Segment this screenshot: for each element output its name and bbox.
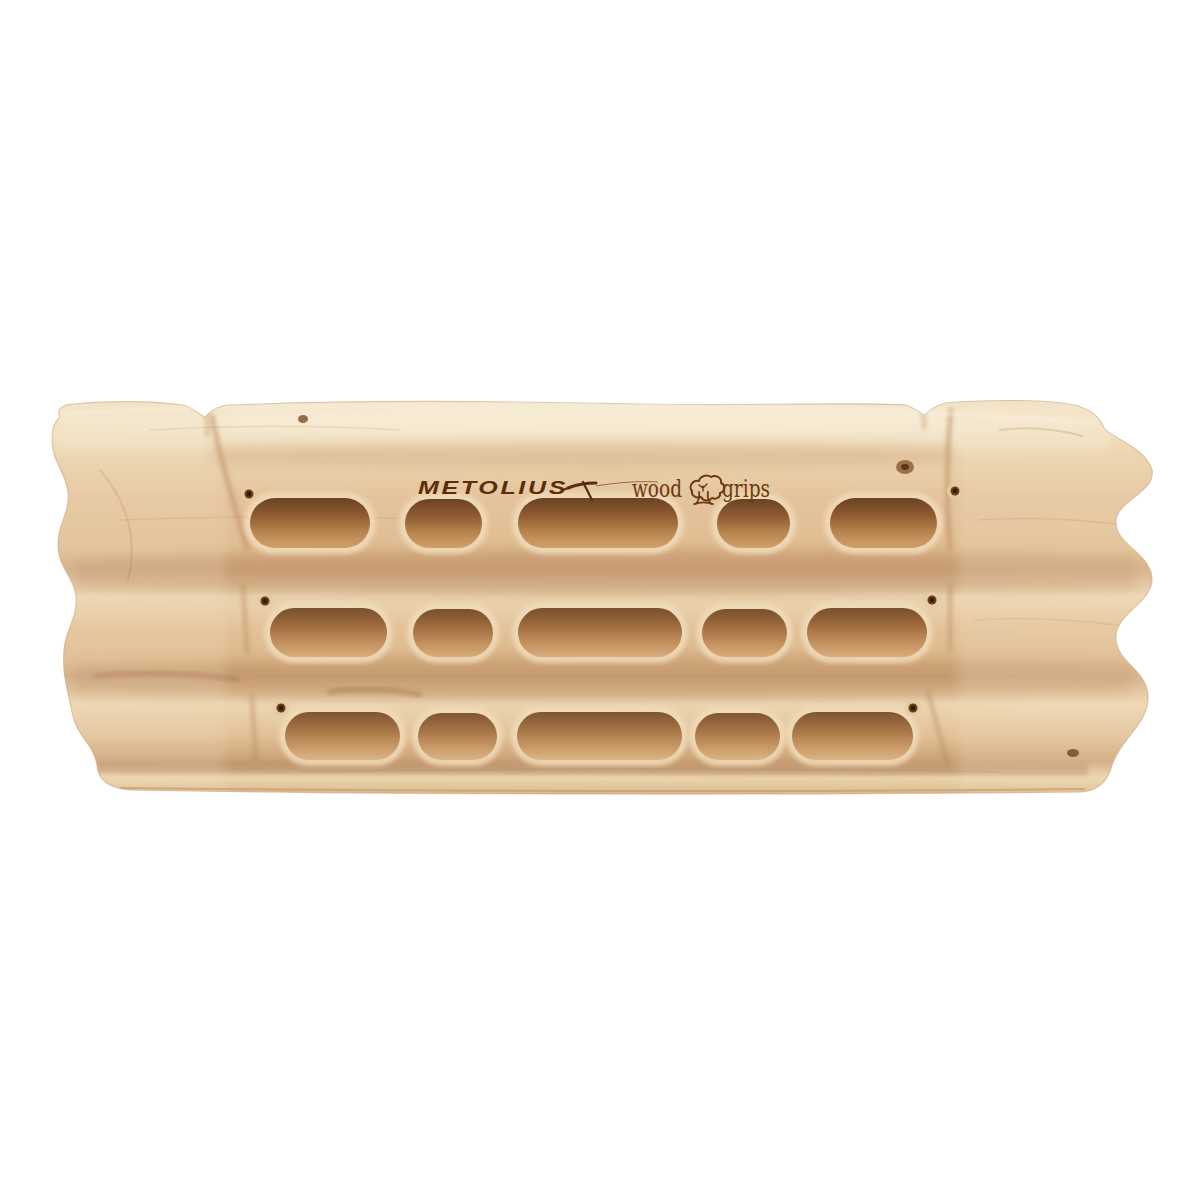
pocket-bottom-rail-2: [412, 707, 503, 766]
pocket-bottom-rail-1: [279, 706, 406, 766]
pockets-layer: [244, 492, 943, 766]
pocket-bottom-rail-3: [511, 706, 688, 766]
screw-hole-5: [273, 700, 289, 716]
slope-roll-shadow: [210, 442, 952, 469]
wordmark-wood: wood: [632, 475, 682, 503]
pocket-top-rail-1: [244, 492, 376, 554]
pocket-middle-rail-2: [407, 603, 499, 663]
hangboard-product-photo: METOLIUS wood grips: [0, 0, 1200, 1200]
pocket-middle-rail-4: [696, 603, 793, 663]
wordmark-grips: grips: [722, 475, 770, 503]
pocket-bottom-rail-4: [689, 707, 786, 766]
pocket-bottom-rail-5: [786, 706, 919, 766]
pocket-middle-rail-5: [801, 602, 933, 663]
screw-hole-2: [947, 483, 963, 499]
pocket-top-rail-2: [399, 493, 488, 554]
screw-hole-1: [241, 486, 257, 502]
screw-hole-3: [257, 593, 273, 609]
left-end-block-light: [46, 398, 226, 798]
right-end-block-light: [958, 398, 1158, 798]
brand-text: METOLIUS: [418, 477, 568, 498]
pocket-top-rail-5: [824, 492, 943, 554]
pocket-middle-rail-3: [512, 602, 688, 663]
pocket-middle-rail-1: [264, 602, 393, 663]
screw-hole-6: [905, 700, 921, 716]
screw-hole-4: [924, 592, 940, 608]
photo-canvas: METOLIUS wood grips: [0, 0, 1200, 1200]
